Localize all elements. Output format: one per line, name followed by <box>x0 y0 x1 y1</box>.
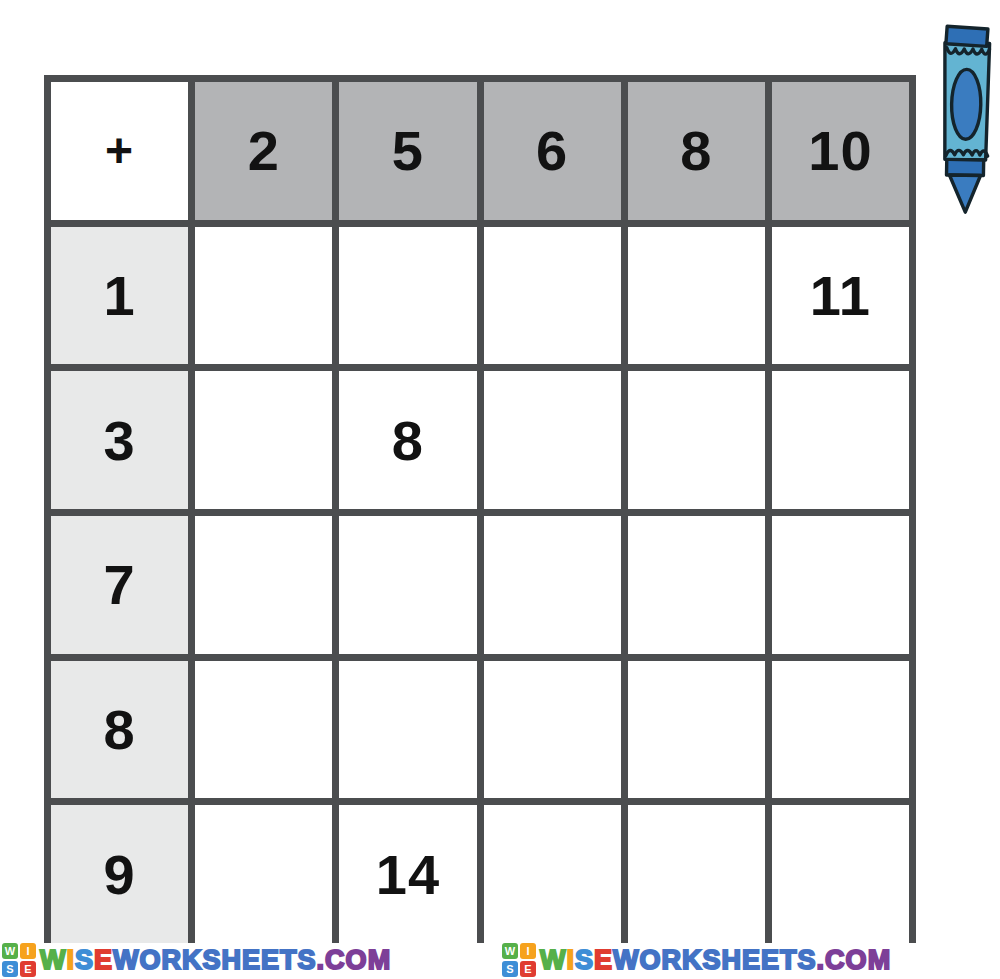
addition-grid: +2568101113878914 <box>51 82 909 943</box>
crayon-icon <box>932 14 1000 218</box>
logo-square-E: E <box>20 961 36 977</box>
answer-cell-r9-c6[interactable] <box>484 805 621 943</box>
logo-square-S: S <box>502 961 518 977</box>
addition-table: +2568101113878914 <box>44 75 916 943</box>
worksheet-page: +2568101113878914 WISEWISEWORKSHEETS.COM… <box>0 0 1000 979</box>
answer-cell-r1-c10[interactable]: 11 <box>772 227 909 365</box>
logo-square-I: I <box>520 943 536 959</box>
answer-cell-r9-c10[interactable] <box>772 805 909 943</box>
answer-cell-r8-c8[interactable] <box>628 661 765 799</box>
watermark-group: WISEWISEWORKSHEETS.COM <box>0 943 500 977</box>
answer-cell-r7-c10[interactable] <box>772 516 909 654</box>
operator-cell: + <box>51 82 188 220</box>
watermark-text: WISEWORKSHEETS.COM <box>540 947 891 974</box>
answer-cell-r9-c8[interactable] <box>628 805 765 943</box>
answer-cell-r3-c8[interactable] <box>628 371 765 509</box>
answer-cell-r9-c5[interactable]: 14 <box>339 805 476 943</box>
answer-cell-r1-c2[interactable] <box>195 227 332 365</box>
answer-cell-r8-c10[interactable] <box>772 661 909 799</box>
logo-square-S: S <box>2 961 18 977</box>
row-header-9: 9 <box>51 805 188 943</box>
row-header-3: 3 <box>51 371 188 509</box>
row-header-8: 8 <box>51 661 188 799</box>
answer-cell-r1-c8[interactable] <box>628 227 765 365</box>
wiseworksheets-logo-icon: WISE <box>502 943 536 977</box>
column-header-2: 2 <box>195 82 332 220</box>
column-header-5: 5 <box>339 82 476 220</box>
answer-cell-r3-c5[interactable]: 8 <box>339 371 476 509</box>
answer-cell-r8-c6[interactable] <box>484 661 621 799</box>
answer-cell-r7-c6[interactable] <box>484 516 621 654</box>
watermark-bar: WISEWISEWORKSHEETS.COMWISEWISEWORKSHEETS… <box>0 941 1000 979</box>
answer-cell-r1-c5[interactable] <box>339 227 476 365</box>
watermark-text: WISEWORKSHEETS.COM <box>40 947 391 974</box>
logo-square-I: I <box>20 943 36 959</box>
row-header-1: 1 <box>51 227 188 365</box>
row-header-7: 7 <box>51 516 188 654</box>
answer-cell-r7-c5[interactable] <box>339 516 476 654</box>
watermark-group: WISEWISEWORKSHEETS.COM <box>500 943 1000 977</box>
answer-cell-r3-c2[interactable] <box>195 371 332 509</box>
logo-square-E: E <box>520 961 536 977</box>
answer-cell-r3-c10[interactable] <box>772 371 909 509</box>
wiseworksheets-logo-icon: WISE <box>2 943 36 977</box>
answer-cell-r7-c8[interactable] <box>628 516 765 654</box>
logo-square-W: W <box>2 943 18 959</box>
answer-cell-r9-c2[interactable] <box>195 805 332 943</box>
answer-cell-r7-c2[interactable] <box>195 516 332 654</box>
answer-cell-r8-c5[interactable] <box>339 661 476 799</box>
column-header-6: 6 <box>484 82 621 220</box>
column-header-10: 10 <box>772 82 909 220</box>
column-header-8: 8 <box>628 82 765 220</box>
answer-cell-r3-c6[interactable] <box>484 371 621 509</box>
logo-square-W: W <box>502 943 518 959</box>
answer-cell-r8-c2[interactable] <box>195 661 332 799</box>
answer-cell-r1-c6[interactable] <box>484 227 621 365</box>
